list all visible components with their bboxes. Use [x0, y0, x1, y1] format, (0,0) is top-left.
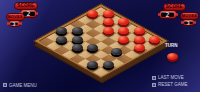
red-piece[interactable] — [134, 27, 145, 34]
last-move-icon — [152, 76, 156, 80]
red-piece[interactable] — [118, 36, 129, 43]
turn-indicator-red-piece — [167, 53, 178, 60]
checkers-board[interactable] — [33, 3, 169, 78]
left-moves-label: MOVES — [7, 14, 22, 19]
reset-game-button[interactable]: RESET GAME — [152, 82, 187, 87]
right-moves-label: MOVES — [182, 13, 197, 18]
right-moves-display: 3 — [182, 19, 196, 27]
game-menu-icon — [3, 83, 7, 87]
left-moves-banner: MOVES — [6, 13, 25, 21]
last-move-button[interactable]: LAST MOVE — [152, 75, 184, 80]
game-menu-label: GAME MENU — [9, 83, 37, 88]
right-moves-banner: MOVES — [180, 12, 200, 20]
black-piece[interactable] — [72, 44, 83, 51]
reset-game-label: RESET GAME — [158, 82, 187, 87]
last-move-label: LAST MOVE — [158, 75, 184, 80]
black-piece[interactable] — [72, 27, 83, 34]
red-piece[interactable] — [103, 27, 114, 34]
left-moves-value: 3 — [10, 22, 18, 26]
right-score-label: SCORE — [166, 4, 183, 9]
black-piece[interactable] — [72, 36, 83, 43]
right-score-display: 2 — [159, 10, 177, 20]
red-piece[interactable] — [134, 36, 145, 43]
turn-label: TURN — [165, 43, 181, 48]
left-moves-display: 3 — [8, 20, 21, 28]
black-piece[interactable] — [56, 36, 67, 43]
red-piece[interactable] — [149, 36, 160, 43]
red-piece[interactable] — [87, 10, 98, 17]
red-piece[interactable] — [103, 10, 114, 17]
black-piece[interactable] — [56, 27, 67, 34]
right-score-value: 2 — [161, 12, 174, 18]
right-moves-value: 3 — [184, 21, 193, 25]
game-stage: SCORE 2 MOVES 3 SCORE 2 MOVES 3 TURN GAM… — [0, 0, 200, 92]
reset-game-icon — [152, 83, 156, 87]
red-piece[interactable] — [134, 44, 145, 51]
left-score-label: SCORE — [17, 3, 34, 8]
game-menu-button[interactable]: GAME MENU — [3, 83, 37, 88]
